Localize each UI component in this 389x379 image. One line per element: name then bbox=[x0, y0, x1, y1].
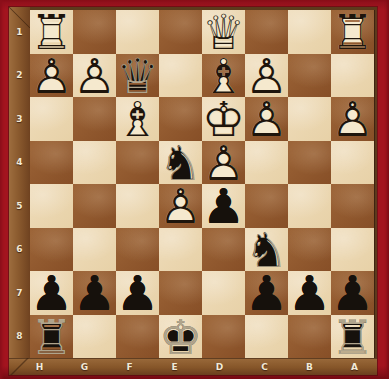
white-queen[interactable]: ♛♕ bbox=[202, 10, 245, 54]
white-pawn[interactable]: ♟♙ bbox=[245, 97, 288, 141]
white-pawn[interactable]: ♟♙ bbox=[30, 54, 73, 98]
square-g7[interactable]: ♟♙ bbox=[73, 271, 116, 315]
piece-outline-glyph: ♖ bbox=[331, 315, 374, 359]
file-label-c: C bbox=[242, 358, 287, 375]
file-label-b: B bbox=[287, 358, 332, 375]
white-rook[interactable]: ♜♖ bbox=[30, 10, 73, 54]
square-h5[interactable] bbox=[30, 184, 73, 228]
rank-labels: 12345678 bbox=[9, 10, 30, 358]
square-d1[interactable]: ♛♕ bbox=[202, 10, 245, 54]
square-b3[interactable] bbox=[288, 97, 331, 141]
piece-outline-glyph: ♙ bbox=[331, 97, 374, 141]
square-h1[interactable]: ♜♖ bbox=[30, 10, 73, 54]
square-f4[interactable] bbox=[116, 141, 159, 185]
square-g8[interactable] bbox=[73, 315, 116, 359]
rank-label-2: 2 bbox=[9, 54, 30, 98]
white-bishop[interactable]: ♝♗ bbox=[116, 97, 159, 141]
square-h4[interactable] bbox=[30, 141, 73, 185]
file-labels: HGFEDCBA bbox=[17, 358, 377, 375]
black-pawn[interactable]: ♟♙ bbox=[245, 271, 288, 315]
square-f7[interactable]: ♟♙ bbox=[116, 271, 159, 315]
square-a4[interactable] bbox=[331, 141, 374, 185]
file-label-a: A bbox=[332, 358, 377, 375]
square-f5[interactable] bbox=[116, 184, 159, 228]
piece-outline-glyph: ♙ bbox=[288, 271, 331, 315]
square-a7[interactable]: ♟♙ bbox=[331, 271, 374, 315]
square-e7[interactable] bbox=[159, 271, 202, 315]
black-rook[interactable]: ♜♖ bbox=[331, 315, 374, 359]
black-pawn[interactable]: ♟♙ bbox=[116, 271, 159, 315]
square-b5[interactable] bbox=[288, 184, 331, 228]
file-label-h: H bbox=[17, 358, 62, 375]
square-f1[interactable] bbox=[116, 10, 159, 54]
square-a5[interactable] bbox=[331, 184, 374, 228]
piece-outline-glyph: ♕ bbox=[202, 10, 245, 54]
black-king[interactable]: ♚♔ bbox=[159, 315, 202, 359]
piece-outline-glyph: ♔ bbox=[202, 97, 245, 141]
square-h3[interactable] bbox=[30, 97, 73, 141]
piece-outline-glyph: ♖ bbox=[30, 10, 73, 54]
white-pawn[interactable]: ♟♙ bbox=[159, 184, 202, 228]
square-c8[interactable] bbox=[245, 315, 288, 359]
rank-label-8: 8 bbox=[9, 315, 30, 359]
square-c5[interactable] bbox=[245, 184, 288, 228]
square-e3[interactable] bbox=[159, 97, 202, 141]
square-h7[interactable]: ♟♙ bbox=[30, 271, 73, 315]
file-label-e: E bbox=[152, 358, 197, 375]
square-d8[interactable] bbox=[202, 315, 245, 359]
piece-outline-glyph: ♔ bbox=[159, 315, 202, 359]
square-f3[interactable]: ♝♗ bbox=[116, 97, 159, 141]
chess-board-window: ♜♖♛♕♜♖♟♙♟♙♛♕♝♗♟♙♝♗♚♔♟♙♟♙♞♘♟♙♟♙♟♙♞♘♟♙♟♙♟♙… bbox=[0, 0, 389, 379]
piece-outline-glyph: ♖ bbox=[30, 315, 73, 359]
square-d6[interactable] bbox=[202, 228, 245, 272]
rank-label-7: 7 bbox=[9, 271, 30, 315]
piece-outline-glyph: ♙ bbox=[30, 54, 73, 98]
black-pawn[interactable]: ♟♙ bbox=[288, 271, 331, 315]
square-a1[interactable]: ♜♖ bbox=[331, 10, 374, 54]
square-c1[interactable] bbox=[245, 10, 288, 54]
rank-label-6: 6 bbox=[9, 228, 30, 272]
black-pawn[interactable]: ♟♙ bbox=[331, 271, 374, 315]
black-pawn[interactable]: ♟♙ bbox=[30, 271, 73, 315]
square-a3[interactable]: ♟♙ bbox=[331, 97, 374, 141]
square-c3[interactable]: ♟♙ bbox=[245, 97, 288, 141]
white-pawn[interactable]: ♟♙ bbox=[73, 54, 116, 98]
rank-label-5: 5 bbox=[9, 184, 30, 228]
square-g1[interactable] bbox=[73, 10, 116, 54]
piece-outline-glyph: ♙ bbox=[30, 271, 73, 315]
black-pawn[interactable]: ♟♙ bbox=[73, 271, 116, 315]
black-pawn[interactable]: ♟♙ bbox=[202, 184, 245, 228]
square-b7[interactable]: ♟♙ bbox=[288, 271, 331, 315]
square-g4[interactable] bbox=[73, 141, 116, 185]
square-b2[interactable] bbox=[288, 54, 331, 98]
piece-outline-glyph: ♙ bbox=[159, 184, 202, 228]
square-c4[interactable] bbox=[245, 141, 288, 185]
square-d3[interactable]: ♚♔ bbox=[202, 97, 245, 141]
black-rook[interactable]: ♜♖ bbox=[30, 315, 73, 359]
square-b4[interactable] bbox=[288, 141, 331, 185]
piece-outline-glyph: ♙ bbox=[73, 271, 116, 315]
square-e2[interactable] bbox=[159, 54, 202, 98]
piece-outline-glyph: ♙ bbox=[73, 54, 116, 98]
piece-outline-glyph: ♙ bbox=[202, 184, 245, 228]
rank-label-1: 1 bbox=[9, 10, 30, 54]
chess-board: ♜♖♛♕♜♖♟♙♟♙♛♕♝♗♟♙♝♗♚♔♟♙♟♙♞♘♟♙♟♙♟♙♞♘♟♙♟♙♟♙… bbox=[30, 10, 374, 358]
rank-label-3: 3 bbox=[9, 97, 30, 141]
file-label-f: F bbox=[107, 358, 152, 375]
square-e1[interactable] bbox=[159, 10, 202, 54]
square-c7[interactable]: ♟♙ bbox=[245, 271, 288, 315]
piece-outline-glyph: ♗ bbox=[116, 97, 159, 141]
square-b8[interactable] bbox=[288, 315, 331, 359]
piece-outline-glyph: ♙ bbox=[116, 271, 159, 315]
square-e8[interactable]: ♚♔ bbox=[159, 315, 202, 359]
piece-outline-glyph: ♙ bbox=[245, 271, 288, 315]
file-label-g: G bbox=[62, 358, 107, 375]
white-king[interactable]: ♚♔ bbox=[202, 97, 245, 141]
square-f8[interactable] bbox=[116, 315, 159, 359]
square-d7[interactable] bbox=[202, 271, 245, 315]
white-pawn[interactable]: ♟♙ bbox=[331, 97, 374, 141]
rank-label-4: 4 bbox=[9, 141, 30, 185]
square-h2[interactable]: ♟♙ bbox=[30, 54, 73, 98]
square-b1[interactable] bbox=[288, 10, 331, 54]
piece-outline-glyph: ♖ bbox=[331, 10, 374, 54]
square-e6[interactable] bbox=[159, 228, 202, 272]
square-g5[interactable] bbox=[73, 184, 116, 228]
white-rook[interactable]: ♜♖ bbox=[331, 10, 374, 54]
square-h8[interactable]: ♜♖ bbox=[30, 315, 73, 359]
square-e5[interactable]: ♟♙ bbox=[159, 184, 202, 228]
square-g3[interactable] bbox=[73, 97, 116, 141]
square-a8[interactable]: ♜♖ bbox=[331, 315, 374, 359]
square-d5[interactable]: ♟♙ bbox=[202, 184, 245, 228]
board-frame: ♜♖♛♕♜♖♟♙♟♙♛♕♝♗♟♙♝♗♚♔♟♙♟♙♞♘♟♙♟♙♟♙♞♘♟♙♟♙♟♙… bbox=[9, 7, 377, 375]
piece-outline-glyph: ♙ bbox=[245, 97, 288, 141]
square-g2[interactable]: ♟♙ bbox=[73, 54, 116, 98]
file-label-d: D bbox=[197, 358, 242, 375]
piece-outline-glyph: ♙ bbox=[331, 271, 374, 315]
